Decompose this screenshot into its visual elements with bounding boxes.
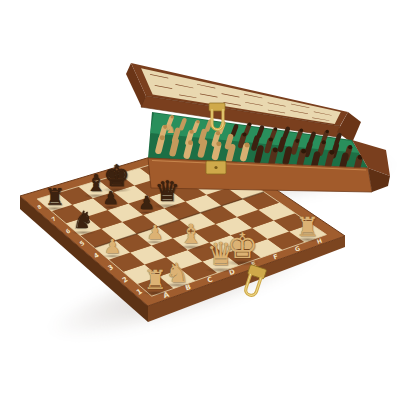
stored-light-piece (243, 146, 246, 158)
stored-piece-head (216, 141, 221, 146)
stored-dark-piece (254, 138, 257, 148)
stored-piece-head (245, 143, 250, 148)
stored-dark-piece (272, 130, 275, 138)
stored-dark-piece (280, 139, 283, 149)
stored-piece-head (274, 127, 277, 130)
stored-dark-piece (233, 126, 236, 134)
stored-dark-piece (267, 140, 270, 150)
stored-piece-head (170, 115, 173, 118)
stored-dark-piece (314, 155, 317, 167)
stored-dark-piece (258, 149, 261, 161)
stored-piece-head (248, 122, 251, 125)
stored-dark-piece (246, 125, 249, 133)
stored-piece-head (216, 131, 220, 135)
stored-light-piece (207, 121, 210, 129)
stored-dark-piece (324, 133, 327, 141)
stored-dark-piece (337, 135, 340, 143)
stored-piece-head (269, 137, 273, 141)
stored-light-piece (159, 139, 162, 151)
stored-piece-head (300, 129, 303, 132)
stored-piece-head (329, 150, 334, 155)
stored-light-piece (201, 142, 204, 154)
stored-dark-piece (342, 156, 345, 168)
stored-dark-piece (286, 150, 289, 162)
stored-dark-piece (285, 129, 288, 137)
stored-dark-piece (259, 128, 262, 136)
storage-box: ♞ (0, 0, 400, 400)
stored-light-piece (181, 120, 184, 128)
stored-piece-head (348, 145, 352, 149)
stored-light-piece (194, 123, 197, 131)
stored-dark-piece (328, 153, 331, 165)
stored-light-piece (215, 145, 218, 157)
stored-piece-head (242, 132, 246, 136)
stored-dark-piece (300, 152, 303, 164)
stored-light-piece (229, 147, 232, 159)
stored-light-piece (173, 141, 176, 153)
stored-dark-piece (320, 143, 323, 153)
stored-dark-piece (298, 131, 301, 139)
stored-dark-piece (272, 151, 275, 163)
stored-piece-head (160, 135, 165, 140)
stored-dark-piece (241, 136, 244, 146)
product-photo-chess-set: ABCDEFGH12345678 ♞ ♜♝♚♟♞♟♛♟♟♝♜♞♛♚♜ (0, 0, 400, 400)
box-latch-hole (214, 166, 217, 169)
stored-dark-piece (311, 134, 314, 142)
stored-knight: ♞ (164, 121, 176, 136)
stored-piece-head (188, 140, 193, 145)
stored-piece-head (301, 149, 306, 154)
stored-piece-head (322, 140, 326, 144)
stored-dark-piece (294, 142, 297, 152)
stored-light-piece (187, 144, 190, 156)
stored-piece-head (273, 147, 278, 152)
stored-piece-head (295, 139, 299, 143)
stored-dark-piece (307, 144, 310, 154)
stored-piece-head (326, 130, 329, 133)
stored-piece-head (190, 130, 194, 134)
stored-piece-head (196, 120, 199, 123)
